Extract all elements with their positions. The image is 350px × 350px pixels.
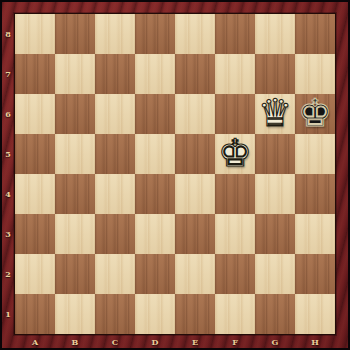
square-b7[interactable] bbox=[55, 54, 95, 94]
square-c1[interactable] bbox=[95, 294, 135, 334]
square-d6[interactable] bbox=[135, 94, 175, 134]
square-d3[interactable] bbox=[135, 214, 175, 254]
rank-label-2: 2 bbox=[2, 254, 14, 294]
square-a3[interactable] bbox=[15, 214, 55, 254]
file-label-h: H bbox=[295, 335, 335, 348]
white-king-piece[interactable]: ♚ bbox=[218, 133, 252, 173]
square-h2[interactable] bbox=[295, 254, 335, 294]
square-b5[interactable] bbox=[55, 134, 95, 174]
board: ♛♚♚ bbox=[14, 13, 336, 335]
square-e8[interactable] bbox=[175, 14, 215, 54]
file-label-g: G bbox=[255, 335, 295, 348]
square-h1[interactable] bbox=[295, 294, 335, 334]
square-h3[interactable] bbox=[295, 214, 335, 254]
square-d5[interactable] bbox=[135, 134, 175, 174]
square-b2[interactable] bbox=[55, 254, 95, 294]
square-f6[interactable] bbox=[215, 94, 255, 134]
square-f2[interactable] bbox=[215, 254, 255, 294]
square-d4[interactable] bbox=[135, 174, 175, 214]
rank-label-7: 7 bbox=[2, 54, 14, 94]
square-h7[interactable] bbox=[295, 54, 335, 94]
square-d2[interactable] bbox=[135, 254, 175, 294]
square-c2[interactable] bbox=[95, 254, 135, 294]
square-c6[interactable] bbox=[95, 94, 135, 134]
file-label-c: C bbox=[95, 335, 135, 348]
file-label-b: B bbox=[55, 335, 95, 348]
square-d7[interactable] bbox=[135, 54, 175, 94]
square-b1[interactable] bbox=[55, 294, 95, 334]
square-a8[interactable] bbox=[15, 14, 55, 54]
square-e7[interactable] bbox=[175, 54, 215, 94]
square-f7[interactable] bbox=[215, 54, 255, 94]
square-e5[interactable] bbox=[175, 134, 215, 174]
square-e6[interactable] bbox=[175, 94, 215, 134]
square-b6[interactable] bbox=[55, 94, 95, 134]
square-g3[interactable] bbox=[255, 214, 295, 254]
rank-label-3: 3 bbox=[2, 214, 14, 254]
square-g4[interactable] bbox=[255, 174, 295, 214]
square-g6[interactable]: ♛ bbox=[255, 94, 295, 134]
chessboard-frame: ♛♚♚ 87654321 ABCDEFGH bbox=[0, 0, 350, 350]
square-e4[interactable] bbox=[175, 174, 215, 214]
file-labels: ABCDEFGH bbox=[15, 335, 335, 348]
square-a2[interactable] bbox=[15, 254, 55, 294]
square-f5[interactable]: ♚ bbox=[215, 134, 255, 174]
rank-label-6: 6 bbox=[2, 94, 14, 134]
square-b4[interactable] bbox=[55, 174, 95, 214]
square-e1[interactable] bbox=[175, 294, 215, 334]
square-a6[interactable] bbox=[15, 94, 55, 134]
rank-label-5: 5 bbox=[2, 134, 14, 174]
square-a1[interactable] bbox=[15, 294, 55, 334]
rank-label-4: 4 bbox=[2, 174, 14, 214]
square-g5[interactable] bbox=[255, 134, 295, 174]
rank-label-1: 1 bbox=[2, 294, 14, 334]
square-c3[interactable] bbox=[95, 214, 135, 254]
white-queen-piece[interactable]: ♛ bbox=[258, 93, 292, 133]
square-c7[interactable] bbox=[95, 54, 135, 94]
square-h4[interactable] bbox=[295, 174, 335, 214]
square-a7[interactable] bbox=[15, 54, 55, 94]
square-a4[interactable] bbox=[15, 174, 55, 214]
square-h8[interactable] bbox=[295, 14, 335, 54]
square-g1[interactable] bbox=[255, 294, 295, 334]
square-f3[interactable] bbox=[215, 214, 255, 254]
file-label-a: A bbox=[15, 335, 55, 348]
square-c4[interactable] bbox=[95, 174, 135, 214]
square-e2[interactable] bbox=[175, 254, 215, 294]
square-f1[interactable] bbox=[215, 294, 255, 334]
file-label-d: D bbox=[135, 335, 175, 348]
rank-label-8: 8 bbox=[2, 14, 14, 54]
black-king-piece[interactable]: ♚ bbox=[298, 93, 332, 133]
square-f4[interactable] bbox=[215, 174, 255, 214]
square-g2[interactable] bbox=[255, 254, 295, 294]
square-d1[interactable] bbox=[135, 294, 175, 334]
square-c8[interactable] bbox=[95, 14, 135, 54]
square-b3[interactable] bbox=[55, 214, 95, 254]
square-h6[interactable]: ♚ bbox=[295, 94, 335, 134]
file-label-f: F bbox=[215, 335, 255, 348]
file-label-e: E bbox=[175, 335, 215, 348]
square-d8[interactable] bbox=[135, 14, 175, 54]
square-f8[interactable] bbox=[215, 14, 255, 54]
square-e3[interactable] bbox=[175, 214, 215, 254]
square-g8[interactable] bbox=[255, 14, 295, 54]
rank-labels: 87654321 bbox=[2, 14, 14, 334]
square-b8[interactable] bbox=[55, 14, 95, 54]
square-h5[interactable] bbox=[295, 134, 335, 174]
square-g7[interactable] bbox=[255, 54, 295, 94]
square-a5[interactable] bbox=[15, 134, 55, 174]
square-c5[interactable] bbox=[95, 134, 135, 174]
